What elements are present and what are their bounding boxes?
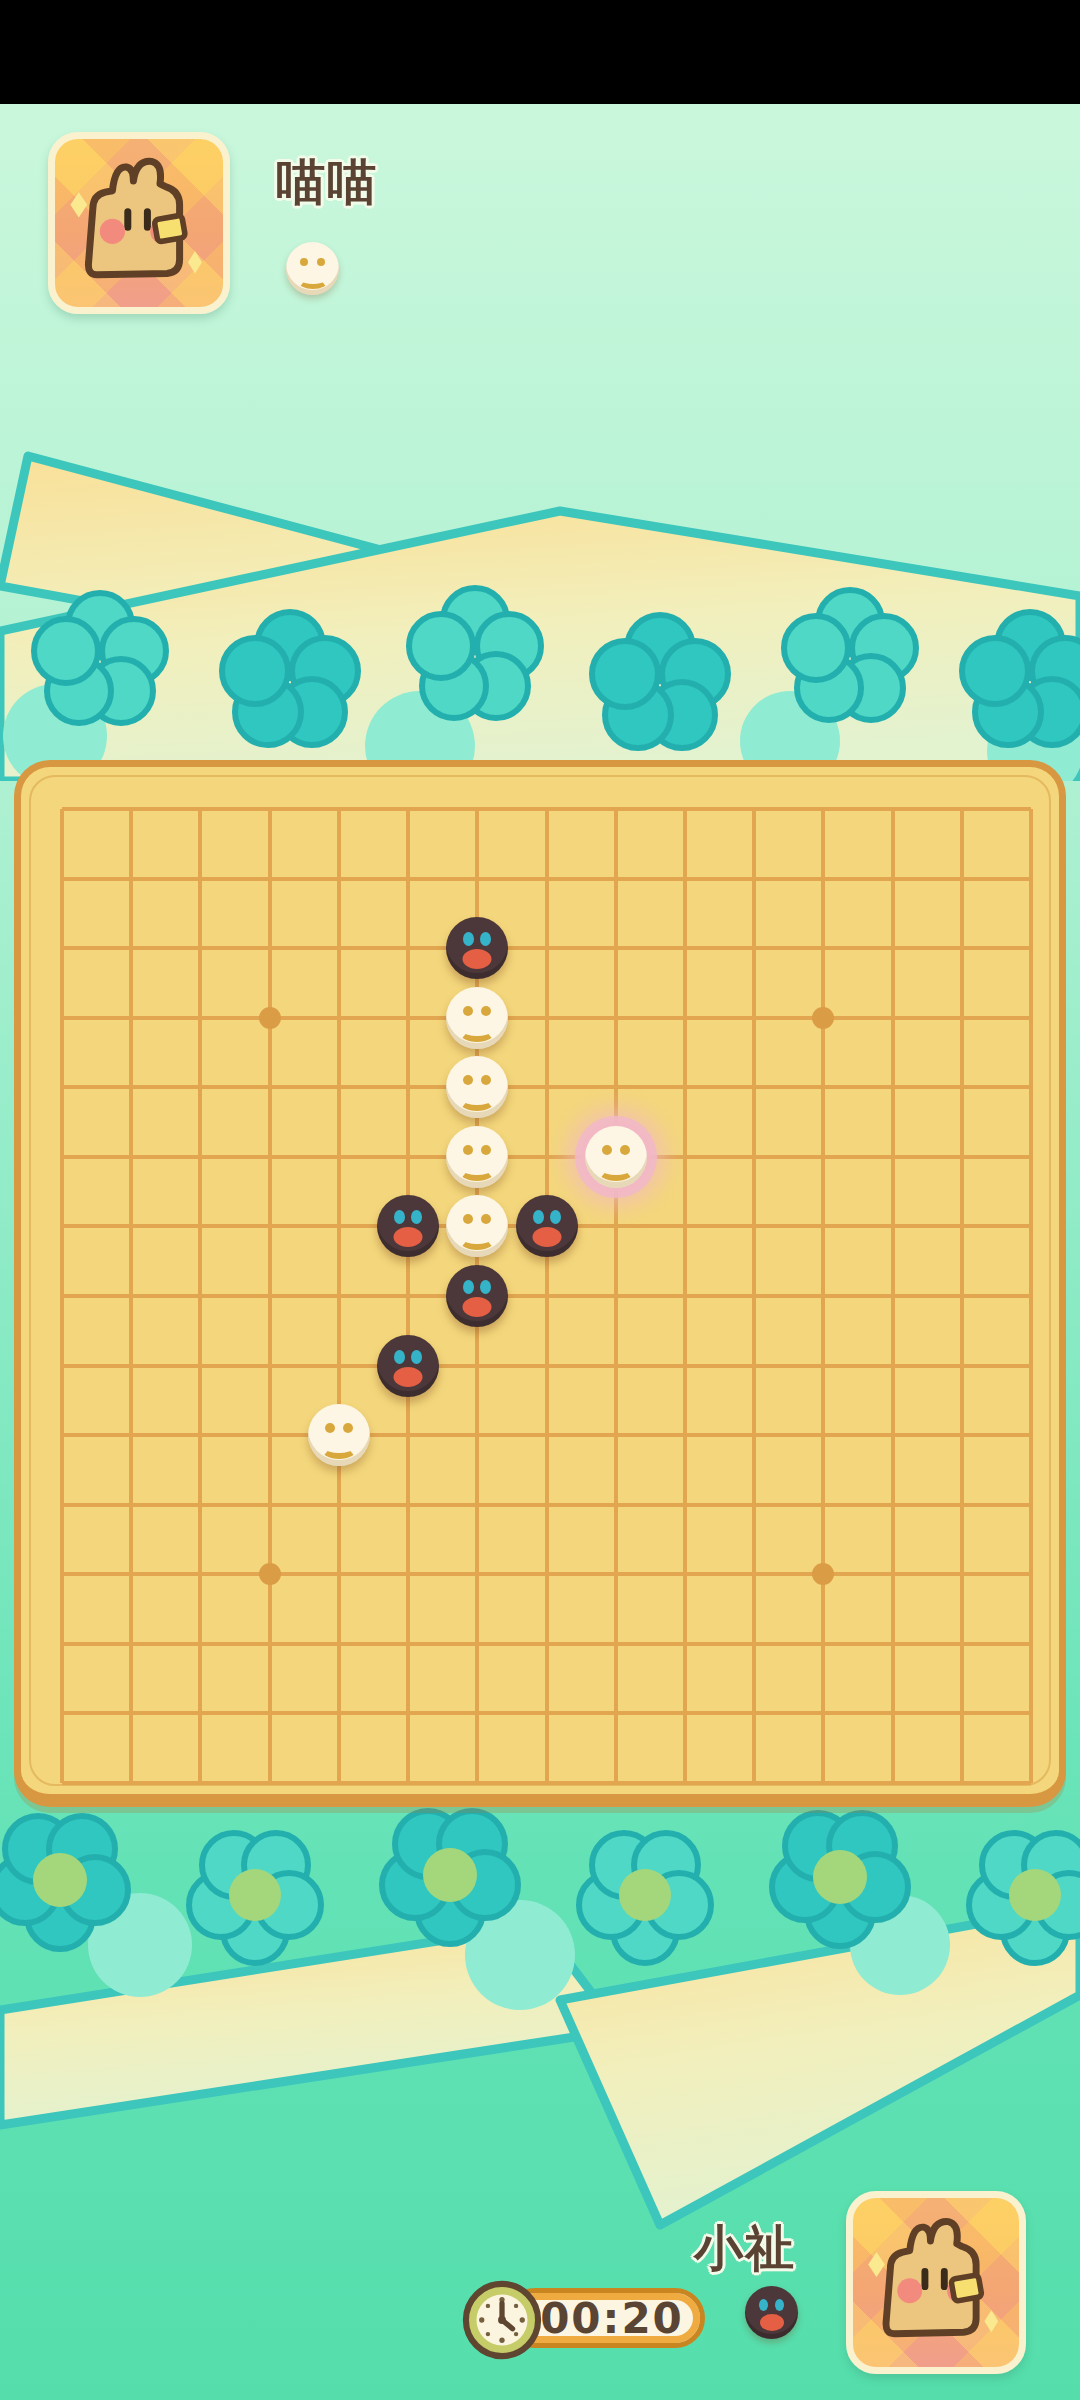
grid-line — [62, 1503, 1031, 1507]
stone-eye — [463, 1075, 473, 1085]
player-bottom-name: 小祉 — [694, 2216, 796, 2282]
stone-mouth — [760, 2314, 784, 2331]
stone-eye — [463, 1145, 473, 1155]
stone-white — [446, 1195, 508, 1257]
status-bar — [0, 0, 1080, 104]
grid-line — [614, 809, 618, 1783]
grid-line — [683, 809, 687, 1783]
stone-eye — [463, 1214, 473, 1224]
stone-eye — [480, 932, 491, 946]
stone-eye — [481, 1214, 491, 1224]
star-point — [812, 1007, 834, 1029]
star-point — [259, 1563, 281, 1585]
grid-line — [1029, 809, 1033, 1783]
stone-eye — [300, 258, 308, 266]
stone-white — [446, 1126, 508, 1188]
stone-mouth — [532, 1227, 561, 1247]
stone-mouth — [463, 949, 492, 969]
grid-line — [62, 1433, 1031, 1437]
stone-eye — [533, 1210, 544, 1224]
stone-eye — [411, 1350, 422, 1364]
board-grid — [62, 809, 1031, 1783]
stone-eye — [480, 1280, 491, 1294]
grid-line — [62, 1364, 1031, 1368]
stone-eye — [481, 1006, 491, 1016]
stone-eye — [481, 1075, 491, 1085]
clock-icon — [458, 2276, 546, 2364]
grid-line — [62, 1642, 1031, 1646]
stone-mouth — [459, 1161, 495, 1181]
stone-black — [516, 1195, 578, 1257]
black-stone-icon — [745, 2286, 798, 2339]
grid-line — [752, 809, 756, 1783]
stone-mouth — [459, 1022, 495, 1042]
stone-mouth — [598, 1161, 634, 1181]
toast-cat-icon — [55, 139, 223, 307]
flower-row-top — [3, 588, 1080, 781]
stone-eye — [463, 1280, 474, 1294]
toast-cat-icon — [853, 2198, 1019, 2367]
star-point — [812, 1563, 834, 1585]
grid-line — [960, 809, 964, 1783]
player-avatar — [846, 2191, 1026, 2374]
stone-mouth — [459, 1230, 495, 1250]
game-board[interactable] — [14, 760, 1066, 1807]
stone-eye — [602, 1145, 612, 1155]
stone-mouth — [394, 1227, 423, 1247]
stone-eye — [343, 1423, 353, 1433]
stone-eye — [325, 1423, 335, 1433]
timer-value: 00:20 — [526, 2294, 684, 2343]
star-point — [259, 1007, 281, 1029]
grid-line — [891, 809, 895, 1783]
stone-white — [446, 1056, 508, 1118]
stone-eye — [394, 1350, 405, 1364]
stone-white — [308, 1404, 370, 1466]
stone-mouth — [459, 1091, 495, 1111]
player-avatar — [48, 132, 230, 314]
stone-black — [377, 1335, 439, 1397]
white-stone-icon — [286, 242, 339, 295]
stone-eye — [463, 1006, 473, 1016]
stone-eye — [620, 1145, 630, 1155]
stone-white — [446, 987, 508, 1049]
grid-line — [821, 809, 825, 1783]
stone-eye — [317, 258, 325, 266]
stone-mouth — [298, 273, 328, 289]
stone-eye — [550, 1210, 561, 1224]
stone-eye — [759, 2299, 768, 2311]
stone-mouth — [321, 1439, 357, 1459]
flower-row-bottom — [0, 1811, 1080, 2010]
flower-decoration-top — [0, 436, 1080, 781]
stone-eye — [481, 1145, 491, 1155]
stone-black — [446, 917, 508, 979]
stone-eye — [394, 1210, 405, 1224]
stone-mouth — [463, 1297, 492, 1317]
game-screen: 喵喵 小祉 00:20 — [0, 0, 1080, 2400]
stone-black — [446, 1265, 508, 1327]
player-top-name: 喵喵 — [276, 150, 378, 216]
stone-eye — [411, 1210, 422, 1224]
stone-white — [585, 1126, 647, 1188]
grid-line — [62, 1711, 1031, 1715]
grid-line — [62, 1294, 1031, 1298]
stone-eye — [775, 2299, 784, 2311]
grid-line — [62, 1572, 1031, 1576]
grid-line — [62, 1781, 1031, 1785]
stone-black — [377, 1195, 439, 1257]
stone-eye — [463, 932, 474, 946]
stone-mouth — [394, 1367, 423, 1387]
